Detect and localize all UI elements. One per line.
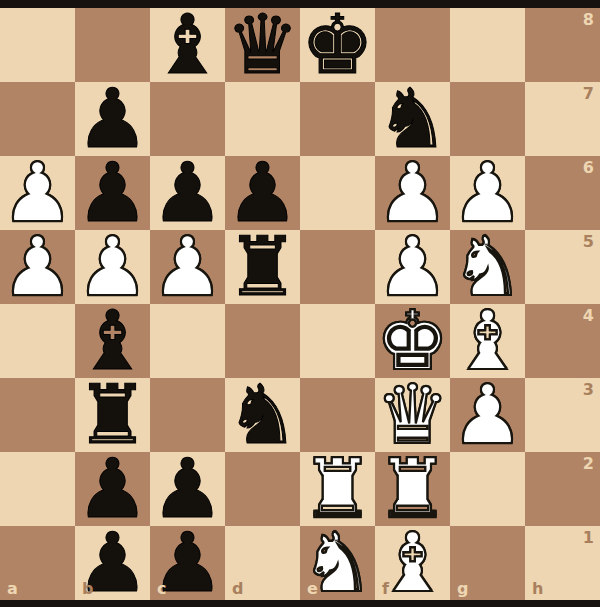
file-label-d: d: [232, 581, 243, 597]
piece-black-knight-d3[interactable]: ♞: [225, 378, 300, 452]
square-h1[interactable]: 1h: [525, 526, 600, 600]
square-d8[interactable]: ♛: [225, 8, 300, 82]
square-a4[interactable]: [0, 304, 75, 378]
piece-white-pawn-c5[interactable]: ♟: [150, 230, 225, 304]
rank-label-1: 1: [583, 530, 594, 546]
square-a2[interactable]: [0, 452, 75, 526]
rank-label-2: 2: [583, 456, 594, 472]
rank-label-8: 8: [583, 12, 594, 28]
square-h2[interactable]: 2: [525, 452, 600, 526]
square-g2[interactable]: [450, 452, 525, 526]
square-g1[interactable]: g: [450, 526, 525, 600]
square-e7[interactable]: [300, 82, 375, 156]
file-label-h: h: [532, 581, 543, 597]
piece-black-queen-d8[interactable]: ♛: [225, 8, 300, 82]
square-e6[interactable]: [300, 156, 375, 230]
square-e8[interactable]: ♚: [300, 8, 375, 82]
chess-board: ♝♛♚8♟♞7♟♟♟♟♟♟6♟♟♟♜♟♞5♝♚♝4♜♞♛♟3♟♟♜♜2a♟b♟c…: [0, 8, 600, 600]
rank-label-5: 5: [583, 234, 594, 250]
square-a1[interactable]: a: [0, 526, 75, 600]
piece-white-pawn-a5[interactable]: ♟: [0, 230, 75, 304]
file-label-b: b: [82, 581, 93, 597]
piece-white-pawn-g3[interactable]: ♟: [450, 378, 525, 452]
square-c8[interactable]: ♝: [150, 8, 225, 82]
square-a3[interactable]: [0, 378, 75, 452]
square-g8[interactable]: [450, 8, 525, 82]
square-a8[interactable]: [0, 8, 75, 82]
file-label-g: g: [457, 581, 468, 597]
square-h6[interactable]: 6: [525, 156, 600, 230]
square-d3[interactable]: ♞: [225, 378, 300, 452]
square-e1[interactable]: ♞e: [300, 526, 375, 600]
square-a5[interactable]: ♟: [0, 230, 75, 304]
square-g3[interactable]: ♟: [450, 378, 525, 452]
square-h8[interactable]: 8: [525, 8, 600, 82]
square-e4[interactable]: [300, 304, 375, 378]
square-h3[interactable]: 3: [525, 378, 600, 452]
rank-label-6: 6: [583, 160, 594, 176]
square-d2[interactable]: [225, 452, 300, 526]
piece-black-bishop-c8[interactable]: ♝: [150, 8, 225, 82]
square-h4[interactable]: 4: [525, 304, 600, 378]
file-label-e: e: [307, 581, 318, 597]
square-f1[interactable]: ♝f: [375, 526, 450, 600]
square-c4[interactable]: [150, 304, 225, 378]
rank-label-3: 3: [583, 382, 594, 398]
file-label-a: a: [7, 581, 18, 597]
square-e5[interactable]: [300, 230, 375, 304]
board-frame: ♝♛♚8♟♞7♟♟♟♟♟♟6♟♟♟♜♟♞5♝♚♝4♜♞♛♟3♟♟♜♜2a♟b♟c…: [0, 0, 600, 607]
piece-black-rook-d5[interactable]: ♜: [225, 230, 300, 304]
square-b1[interactable]: ♟b: [75, 526, 150, 600]
square-d1[interactable]: d: [225, 526, 300, 600]
file-label-f: f: [382, 581, 389, 597]
square-c1[interactable]: ♟c: [150, 526, 225, 600]
rank-label-7: 7: [583, 86, 594, 102]
square-d5[interactable]: ♜: [225, 230, 300, 304]
square-h5[interactable]: 5: [525, 230, 600, 304]
square-h7[interactable]: 7: [525, 82, 600, 156]
square-c5[interactable]: ♟: [150, 230, 225, 304]
piece-black-king-e8[interactable]: ♚: [300, 8, 375, 82]
rank-label-4: 4: [583, 308, 594, 324]
top-frame-bar: [0, 0, 600, 8]
file-label-c: c: [157, 581, 166, 597]
